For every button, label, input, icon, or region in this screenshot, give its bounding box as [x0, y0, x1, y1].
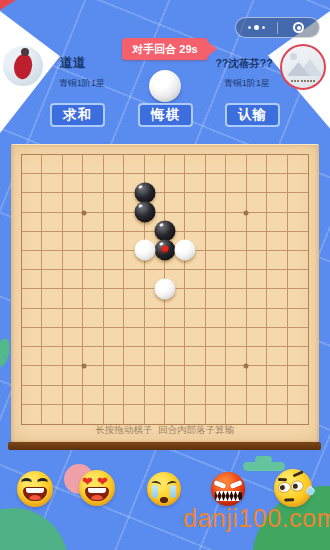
eye	[214, 480, 227, 489]
mouth	[23, 487, 47, 501]
left-player-avatar	[1, 44, 45, 88]
black-stone[interactable]	[155, 221, 176, 242]
more-button[interactable]	[236, 18, 277, 37]
eye	[21, 478, 32, 487]
eyebrow	[292, 470, 303, 477]
white-stone[interactable]	[175, 240, 196, 261]
bush-decoration-left	[0, 508, 68, 550]
turn-banner-label: 对手回合	[132, 42, 176, 57]
placeholder-caption	[291, 80, 315, 82]
undo-move-button[interactable]: 悔棋	[138, 103, 193, 127]
emoji-heart-eyes[interactable]: ❤ ❤	[79, 470, 115, 506]
right-player-name: ??沈蓓芬??	[204, 57, 284, 71]
more-icon	[254, 25, 259, 30]
pupil	[280, 485, 285, 490]
mouth	[215, 491, 242, 501]
board-edge	[8, 442, 321, 450]
mouth	[284, 498, 294, 501]
mouth	[85, 487, 109, 501]
cloud-decoration	[243, 462, 285, 471]
right-player-avatar	[280, 44, 326, 90]
left-player-rank: 青铜1阶1星	[59, 77, 105, 90]
game-screen: 道道 青铜1阶1星 ??沈蓓芬?? 青铜1阶1星 对手回合 29s 求和 悔棋 …	[0, 0, 330, 550]
more-icon	[248, 26, 251, 29]
eyebrow	[278, 478, 287, 481]
tear-icon	[152, 485, 158, 498]
emoji-angry[interactable]	[211, 472, 245, 506]
board-hint-text: 长按拖动棋子 回合内部落子算输	[11, 424, 319, 437]
wechat-capsule	[235, 17, 320, 38]
placeholder-sun-icon	[290, 53, 297, 60]
pupil	[293, 484, 298, 489]
black-stone[interactable]	[134, 201, 155, 222]
eye	[230, 480, 243, 489]
white-stone[interactable]	[134, 240, 155, 261]
watermark: danji100.com	[183, 504, 330, 533]
resign-button[interactable]: 认输	[225, 103, 280, 127]
black-stone[interactable]	[134, 182, 155, 203]
circle-dot-icon	[293, 22, 304, 33]
more-icon	[262, 26, 265, 29]
gomoku-board: 长按拖动棋子 回合内部落子算输	[11, 144, 319, 442]
turn-banner: 对手回合 29s	[122, 38, 208, 60]
black-stone[interactable]	[155, 240, 176, 261]
emoji-crying[interactable]	[147, 472, 181, 506]
white-stone[interactable]	[155, 278, 176, 299]
turn-stone-indicator	[149, 70, 181, 102]
close-button[interactable]	[278, 18, 319, 37]
draw-offer-button[interactable]: 求和	[50, 103, 105, 127]
right-player-rank: 青铜1阶1星	[224, 77, 270, 90]
last-move-marker	[162, 246, 169, 253]
mouth	[160, 497, 168, 503]
left-player-name: 道道	[60, 54, 86, 72]
turn-timer: 29s	[179, 43, 197, 55]
eye	[37, 478, 48, 487]
tear-icon	[170, 485, 176, 498]
corner-ribbon	[0, 0, 16, 10]
emoji-laughing[interactable]	[17, 471, 53, 507]
